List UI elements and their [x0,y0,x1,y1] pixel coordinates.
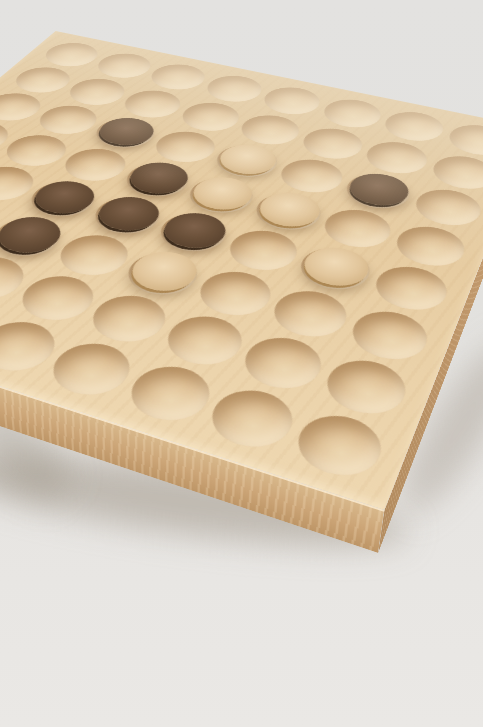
light-disc-g5 [296,242,376,292]
cell-d8[interactable] [0,310,74,383]
cell-e7[interactable] [74,285,183,354]
hollow-e5 [151,208,236,258]
hollow-h4 [389,221,470,272]
hollow-h7 [317,353,414,423]
hollow-h5 [368,261,454,317]
cell-d6[interactable] [42,226,144,286]
cell-h7[interactable] [310,348,420,427]
dark-disc-e5 [155,208,234,254]
hollow-g4 [317,204,398,253]
hollow-f5 [220,225,306,277]
cell-c8[interactable] [0,290,3,359]
cell-g6[interactable] [258,280,361,348]
hollow-f7 [156,309,252,372]
cell-h5[interactable] [362,257,460,321]
cell-e5[interactable] [145,205,242,261]
cell-e6[interactable] [111,243,214,305]
hollow-h6 [344,304,435,367]
cell-h4[interactable] [384,217,476,275]
photo-stage [0,0,483,727]
cell-f5[interactable] [214,222,311,281]
cell-g5[interactable] [286,239,383,300]
cell-c7[interactable] [0,248,42,311]
cell-f7[interactable] [149,305,258,377]
hollow-g5 [292,242,378,296]
hollow-d6 [49,229,139,281]
light-disc-e6 [122,246,206,297]
cell-f6[interactable] [183,261,286,326]
cell-g8[interactable] [193,377,310,461]
hollow-d7 [9,270,104,328]
hollow-e7 [81,289,177,349]
hollow-c6 [0,212,72,262]
cell-h6[interactable] [337,300,440,371]
hollow-c7 [0,251,36,306]
hollow-g7 [234,331,330,397]
cell-e8[interactable] [33,332,149,408]
hollow-d8 [0,315,67,379]
othello-board [0,31,483,510]
cell-d7[interactable] [3,266,112,332]
cell-c6[interactable] [0,209,78,266]
hollow-g6 [265,284,356,344]
cell-g4[interactable] [311,201,403,257]
cell-f8[interactable] [111,354,227,434]
cell-h8[interactable] [280,402,397,491]
hollow-f8 [118,358,220,429]
cell-g7[interactable] [228,326,338,401]
dark-disc-c6 [0,212,71,259]
hollow-e8 [40,336,142,403]
hollow-e6 [117,247,207,302]
hollow-f6 [189,265,280,322]
hollow-g8 [201,382,304,456]
hollow-h8 [287,407,390,485]
